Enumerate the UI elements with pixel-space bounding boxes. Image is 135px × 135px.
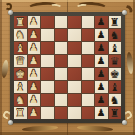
frame-knob-bottom-right-icon <box>122 120 127 125</box>
square-a3[interactable] <box>41 16 54 28</box>
square-f7[interactable]: ♟ <box>95 81 108 93</box>
chess-board: ♜♟♟♜♞♟♟♞♝♟♟♝♛♟♟♛♚♟♟♚♝♟♟♝♞♟♟♞♜♟♟♜ <box>14 16 121 119</box>
square-a5[interactable] <box>68 16 81 28</box>
black-bishop: ♝ <box>110 42 120 53</box>
square-e8[interactable]: ♚ <box>109 68 122 80</box>
black-queen: ♛ <box>110 55 120 66</box>
square-h5[interactable] <box>68 107 81 119</box>
square-h6[interactable] <box>82 107 95 119</box>
black-pawn: ♟ <box>97 82 106 92</box>
square-a1[interactable]: ♜ <box>14 16 27 28</box>
square-f8[interactable]: ♝ <box>109 81 122 93</box>
square-c2[interactable]: ♟ <box>28 42 41 54</box>
inlay-feather-bottom-left-icon <box>22 125 58 132</box>
square-b7[interactable]: ♟ <box>95 29 108 41</box>
square-b1[interactable]: ♞ <box>14 29 27 41</box>
square-b6[interactable] <box>82 29 95 41</box>
black-pawn: ♟ <box>97 43 106 53</box>
white-pawn: ♟ <box>29 43 38 53</box>
square-f4[interactable] <box>55 81 68 93</box>
square-f5[interactable] <box>68 81 81 93</box>
board-frame: ♜♟♟♜♞♟♟♞♝♟♟♝♛♟♟♛♚♟♟♚♝♟♟♝♞♟♟♞♜♟♟♜ <box>10 12 125 123</box>
frame-knob-top-left-icon <box>8 10 13 15</box>
square-d5[interactable] <box>68 55 81 67</box>
square-d3[interactable] <box>41 55 54 67</box>
square-g2[interactable]: ♟ <box>28 94 41 106</box>
square-b8[interactable]: ♞ <box>109 29 122 41</box>
black-knight: ♞ <box>110 94 120 105</box>
board-edge-left <box>0 0 2 135</box>
inlay-scroll-top-left-icon <box>5 3 12 10</box>
black-pawn: ♟ <box>97 95 106 105</box>
square-d1[interactable]: ♛ <box>14 55 27 67</box>
black-rook: ♜ <box>110 107 120 118</box>
square-d6[interactable] <box>82 55 95 67</box>
white-rook: ♜ <box>15 107 25 118</box>
square-g8[interactable]: ♞ <box>109 94 122 106</box>
square-c5[interactable] <box>68 42 81 54</box>
black-king: ♚ <box>110 68 120 79</box>
white-knight: ♞ <box>15 29 25 40</box>
square-a8[interactable]: ♜ <box>109 16 122 28</box>
black-knight: ♞ <box>110 29 120 40</box>
white-king: ♚ <box>15 68 25 79</box>
board-edge-right <box>133 0 135 135</box>
square-a7[interactable]: ♟ <box>95 16 108 28</box>
inlay-feather-bottom-right-icon <box>77 125 113 132</box>
square-f6[interactable] <box>82 81 95 93</box>
black-pawn: ♟ <box>97 108 106 118</box>
square-h4[interactable] <box>55 107 68 119</box>
square-d8[interactable]: ♛ <box>109 55 122 67</box>
white-pawn: ♟ <box>29 17 38 27</box>
black-pawn: ♟ <box>97 17 106 27</box>
board-edge-bottom <box>0 132 135 135</box>
black-bishop: ♝ <box>110 81 120 92</box>
square-d7[interactable]: ♟ <box>95 55 108 67</box>
square-b3[interactable] <box>41 29 54 41</box>
black-rook: ♜ <box>110 16 120 27</box>
square-b5[interactable] <box>68 29 81 41</box>
white-pawn: ♟ <box>29 108 38 118</box>
square-h8[interactable]: ♜ <box>109 107 122 119</box>
black-pawn: ♟ <box>97 69 106 79</box>
square-g3[interactable] <box>41 94 54 106</box>
square-f1[interactable]: ♝ <box>14 81 27 93</box>
square-f3[interactable] <box>41 81 54 93</box>
square-e1[interactable]: ♚ <box>14 68 27 80</box>
black-pawn: ♟ <box>97 30 106 40</box>
square-c6[interactable] <box>82 42 95 54</box>
white-rook: ♜ <box>15 16 25 27</box>
square-h3[interactable] <box>41 107 54 119</box>
square-c1[interactable]: ♝ <box>14 42 27 54</box>
square-g5[interactable] <box>68 94 81 106</box>
square-f2[interactable]: ♟ <box>28 81 41 93</box>
black-pawn: ♟ <box>97 56 106 66</box>
white-queen: ♛ <box>15 55 25 66</box>
frame-knob-top-right-icon <box>122 10 127 15</box>
white-bishop: ♝ <box>15 81 25 92</box>
square-d2[interactable]: ♟ <box>28 55 41 67</box>
square-e4[interactable] <box>55 68 68 80</box>
square-e3[interactable] <box>41 68 54 80</box>
square-d4[interactable] <box>55 55 68 67</box>
white-pawn: ♟ <box>29 56 38 66</box>
square-h2[interactable]: ♟ <box>28 107 41 119</box>
square-c8[interactable]: ♝ <box>109 42 122 54</box>
square-e7[interactable]: ♟ <box>95 68 108 80</box>
white-knight: ♞ <box>15 94 25 105</box>
white-pawn: ♟ <box>29 30 38 40</box>
square-a4[interactable] <box>55 16 68 28</box>
board-edge-top <box>0 0 135 2</box>
white-pawn: ♟ <box>29 69 38 79</box>
square-b4[interactable] <box>55 29 68 41</box>
square-e2[interactable]: ♟ <box>28 68 41 80</box>
square-g7[interactable]: ♟ <box>95 94 108 106</box>
square-c3[interactable] <box>41 42 54 54</box>
square-h1[interactable]: ♜ <box>14 107 27 119</box>
square-c4[interactable] <box>55 42 68 54</box>
inlay-leaf-left-edge-icon <box>1 60 9 79</box>
chess-board-photo: ♜♟♟♜♞♟♟♞♝♟♟♝♛♟♟♛♚♟♟♚♝♟♟♝♞♟♟♞♜♟♟♜ <box>0 0 135 135</box>
square-g4[interactable] <box>55 94 68 106</box>
square-g1[interactable]: ♞ <box>14 94 27 106</box>
white-pawn: ♟ <box>29 95 38 105</box>
square-a6[interactable] <box>82 16 95 28</box>
white-bishop: ♝ <box>15 42 25 53</box>
square-e5[interactable] <box>68 68 81 80</box>
square-a2[interactable]: ♟ <box>28 16 41 28</box>
square-c7[interactable]: ♟ <box>95 42 108 54</box>
frame-knob-bottom-left-icon <box>8 120 13 125</box>
square-h7[interactable]: ♟ <box>95 107 108 119</box>
square-e6[interactable] <box>82 68 95 80</box>
white-pawn: ♟ <box>29 82 38 92</box>
square-g6[interactable] <box>82 94 95 106</box>
square-b2[interactable]: ♟ <box>28 29 41 41</box>
